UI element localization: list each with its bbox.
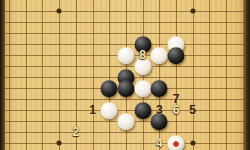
- star-point: [57, 141, 62, 146]
- black-stone[interactable]: [134, 102, 151, 119]
- star-point: [57, 9, 62, 14]
- black-stone[interactable]: [101, 80, 118, 97]
- black-stone[interactable]: [151, 113, 168, 130]
- white-stone[interactable]: [117, 113, 134, 130]
- grid-hline: [5, 33, 244, 34]
- black-stone[interactable]: [134, 36, 151, 53]
- board-right-edge: [244, 0, 250, 150]
- board-left-edge: [0, 0, 5, 150]
- white-stone[interactable]: [117, 47, 134, 64]
- black-stone[interactable]: [151, 80, 168, 97]
- grid-hline: [5, 44, 244, 45]
- go-app-window: 12345678: [0, 0, 250, 150]
- grid-hline: [5, 11, 244, 12]
- black-stone[interactable]: [117, 80, 134, 97]
- white-stone[interactable]: [101, 102, 118, 119]
- grid-hline: [5, 66, 244, 67]
- grid-hline: [5, 99, 244, 100]
- black-stone[interactable]: [168, 47, 185, 64]
- white-stone[interactable]: [134, 80, 151, 97]
- grid-hline: [5, 143, 244, 144]
- grid-hline: [5, 110, 244, 111]
- go-board[interactable]: 12345678: [0, 0, 250, 150]
- white-stone[interactable]: [151, 47, 168, 64]
- grid-hline: [5, 132, 244, 133]
- last-move-red-dot-icon: [174, 141, 179, 146]
- star-point: [190, 141, 195, 146]
- star-point: [190, 9, 195, 14]
- grid-hline: [5, 22, 244, 23]
- white-stone[interactable]: [134, 58, 151, 75]
